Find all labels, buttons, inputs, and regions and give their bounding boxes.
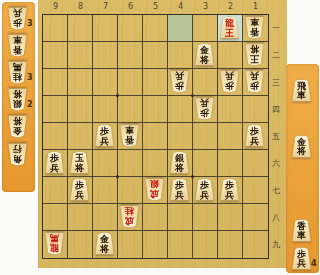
piece-kanji: 飛車: [291, 79, 312, 102]
piece-kanji: 歩兵: [194, 178, 215, 201]
piece-kanji: 金将: [94, 232, 115, 255]
shogi-app: 987654321 龍王香車金将王将歩兵歩兵歩兵歩兵歩兵香車歩兵歩兵玉将銀将歩兵…: [0, 0, 320, 275]
square-7h[interactable]: [93, 204, 118, 231]
hand-count: 2: [27, 100, 33, 109]
piece-sente-dragon[interactable]: 龍王: [219, 16, 240, 39]
piece-sente-lance[interactable]: 香車: [291, 219, 312, 242]
square-1h[interactable]: [243, 204, 268, 231]
square-1e[interactable]: 歩兵: [243, 123, 268, 150]
square-6b[interactable]: [118, 42, 143, 69]
square-9b[interactable]: [43, 42, 68, 69]
square-4i[interactable]: [168, 231, 193, 258]
file-label-6: 6: [125, 2, 137, 12]
piece-sente-pawn[interactable]: 歩兵: [94, 124, 115, 147]
square-5f[interactable]: [143, 150, 168, 177]
piece-gote-gold[interactable]: 金将: [7, 115, 28, 138]
piece-sente-pawn[interactable]: 歩兵: [169, 178, 190, 201]
rank-label-5: 五: [269, 132, 283, 142]
square-4g[interactable]: 歩兵: [168, 177, 193, 204]
square-7b[interactable]: [93, 42, 118, 69]
file-label-5: 5: [150, 2, 162, 12]
square-4f[interactable]: 銀将: [168, 150, 193, 177]
piece-kanji: 歩兵: [169, 70, 190, 93]
hand-count: 3: [27, 73, 33, 82]
piece-kanji: 桂馬: [7, 61, 28, 84]
board-panel: 987654321 龍王香車金将王将歩兵歩兵歩兵歩兵歩兵香車歩兵歩兵玉将銀将歩兵…: [38, 0, 287, 268]
piece-gote-lance[interactable]: 香車: [7, 34, 28, 57]
piece-gote-silver[interactable]: 銀将: [7, 88, 28, 111]
square-6c[interactable]: [118, 69, 143, 96]
piece-sente-silver[interactable]: 銀将: [169, 151, 190, 174]
square-1d[interactable]: [243, 96, 268, 123]
file-label-9: 9: [50, 2, 62, 12]
piece-gote-pawn[interactable]: 歩兵: [169, 70, 190, 93]
square-9i[interactable]: 龍馬: [43, 231, 68, 258]
square-9a[interactable]: [43, 15, 68, 42]
square-7e[interactable]: 歩兵: [93, 123, 118, 150]
piece-kanji: 香車: [7, 34, 28, 57]
square-5i[interactable]: [143, 231, 168, 258]
piece-kanji: 歩兵: [44, 151, 65, 174]
rank-label-4: 四: [269, 105, 283, 115]
square-5h[interactable]: [143, 204, 168, 231]
square-8i[interactable]: [68, 231, 93, 258]
square-1g[interactable]: [243, 177, 268, 204]
square-4a[interactable]: [168, 15, 193, 42]
piece-sente-pawn[interactable]: 歩兵: [219, 178, 240, 201]
square-5b[interactable]: [143, 42, 168, 69]
piece-kanji: 角行: [7, 143, 28, 166]
file-label-1: 1: [250, 2, 262, 12]
piece-sente-gold[interactable]: 金将: [291, 135, 312, 158]
square-3g[interactable]: 歩兵: [193, 177, 218, 204]
hand-count: 4: [311, 259, 317, 268]
piece-kanji: 成桂: [119, 205, 140, 228]
square-9c[interactable]: [43, 69, 68, 96]
piece-kanji: 香車: [244, 16, 265, 39]
sente-hand-tray: 飛車金将香車歩兵4: [286, 64, 319, 273]
piece-sente-gold[interactable]: 金将: [194, 43, 215, 66]
square-2h[interactable]: [218, 204, 243, 231]
rank-label-7: 七: [269, 186, 283, 196]
square-2g[interactable]: 歩兵: [218, 177, 243, 204]
square-8a[interactable]: [68, 15, 93, 42]
rank-label-8: 八: [269, 213, 283, 223]
piece-kanji: 歩兵: [244, 124, 265, 147]
rank-label-1: 一: [269, 24, 283, 34]
piece-sente-gold[interactable]: 金将: [94, 232, 115, 255]
square-5e[interactable]: [143, 123, 168, 150]
piece-sente-pawn[interactable]: 歩兵: [194, 178, 215, 201]
square-5g[interactable]: 成銀: [143, 177, 168, 204]
square-7d[interactable]: [93, 96, 118, 123]
square-9d[interactable]: [43, 96, 68, 123]
square-8c[interactable]: [68, 69, 93, 96]
square-2a[interactable]: 龍王: [218, 15, 243, 42]
square-1c[interactable]: 歩兵: [243, 69, 268, 96]
square-1a[interactable]: 香車: [243, 15, 268, 42]
rank-label-3: 三: [269, 78, 283, 88]
piece-gote-horse[interactable]: 龍馬: [44, 232, 65, 255]
square-4c[interactable]: 歩兵: [168, 69, 193, 96]
square-8f[interactable]: 玉将: [68, 150, 93, 177]
square-7c[interactable]: [93, 69, 118, 96]
hand-count: 3: [27, 19, 33, 28]
square-3e[interactable]: [193, 123, 218, 150]
square-2f[interactable]: [218, 150, 243, 177]
square-3b[interactable]: 金将: [193, 42, 218, 69]
piece-kanji: 歩兵: [7, 7, 28, 30]
gote-hand-tray: 歩兵3香車桂馬3銀将2金将角行: [2, 2, 35, 192]
piece-kanji: 金将: [291, 135, 312, 158]
square-7f[interactable]: [93, 150, 118, 177]
piece-sente-king[interactable]: 玉将: [69, 151, 90, 174]
square-2d[interactable]: [218, 96, 243, 123]
square-9g[interactable]: [43, 177, 68, 204]
square-4b[interactable]: [168, 42, 193, 69]
piece-sente-pawn[interactable]: 歩兵: [291, 247, 312, 270]
piece-kanji: 龍馬: [44, 232, 65, 255]
piece-kanji: 歩兵: [194, 97, 215, 120]
square-4d[interactable]: [168, 96, 193, 123]
piece-gote-lance[interactable]: 香車: [119, 124, 140, 147]
piece-gote-pawn[interactable]: 歩兵: [7, 7, 28, 30]
square-1i[interactable]: [243, 231, 268, 258]
square-3h[interactable]: [193, 204, 218, 231]
piece-kanji: 歩兵: [219, 70, 240, 93]
square-7i[interactable]: 金将: [93, 231, 118, 258]
square-2e[interactable]: [218, 123, 243, 150]
square-2c[interactable]: 歩兵: [218, 69, 243, 96]
square-8b[interactable]: [68, 42, 93, 69]
piece-kanji: 成銀: [144, 178, 165, 201]
piece-kanji: 香車: [119, 124, 140, 147]
square-6f[interactable]: [118, 150, 143, 177]
square-3d[interactable]: 歩兵: [193, 96, 218, 123]
piece-gote-promoted-silver[interactable]: 成銀: [144, 178, 165, 201]
square-1b[interactable]: 王将: [243, 42, 268, 69]
piece-kanji: 歩兵: [291, 247, 312, 270]
square-4h[interactable]: [168, 204, 193, 231]
piece-kanji: 金将: [7, 115, 28, 138]
piece-kanji: 王将: [244, 43, 265, 66]
piece-sente-pawn[interactable]: 歩兵: [44, 151, 65, 174]
square-8d[interactable]: [68, 96, 93, 123]
square-6d[interactable]: [118, 96, 143, 123]
shogi-board: 龍王香車金将王将歩兵歩兵歩兵歩兵歩兵香車歩兵歩兵玉将銀将歩兵成銀歩兵歩兵歩兵成桂…: [42, 14, 269, 259]
piece-kanji: 歩兵: [219, 178, 240, 201]
piece-kanji: 龍王: [219, 16, 240, 39]
piece-gote-pawn[interactable]: 歩兵: [219, 70, 240, 93]
file-label-4: 4: [175, 2, 187, 12]
piece-kanji: 歩兵: [69, 178, 90, 201]
piece-gote-knight[interactable]: 桂馬: [7, 61, 28, 84]
piece-gote-promoted-knight[interactable]: 成桂: [119, 205, 140, 228]
piece-kanji: 玉将: [69, 151, 90, 174]
square-4e[interactable]: [168, 123, 193, 150]
square-7g[interactable]: [93, 177, 118, 204]
square-8e[interactable]: [68, 123, 93, 150]
file-label-8: 8: [75, 2, 87, 12]
square-2b[interactable]: [218, 42, 243, 69]
square-9h[interactable]: [43, 204, 68, 231]
piece-gote-king[interactable]: 王将: [244, 43, 265, 66]
square-3c[interactable]: [193, 69, 218, 96]
rank-label-9: 九: [269, 240, 283, 250]
star-point: [116, 175, 119, 178]
star-point: [191, 175, 194, 178]
piece-kanji: 銀将: [169, 151, 190, 174]
piece-kanji: 銀将: [7, 88, 28, 111]
piece-gote-pawn[interactable]: 歩兵: [194, 97, 215, 120]
square-9e[interactable]: [43, 123, 68, 150]
file-label-2: 2: [225, 2, 237, 12]
square-1f[interactable]: [243, 150, 268, 177]
rank-label-6: 六: [269, 159, 283, 169]
star-point: [116, 94, 119, 97]
piece-kanji: 香車: [291, 219, 312, 242]
square-5d[interactable]: [143, 96, 168, 123]
piece-sente-pawn[interactable]: 歩兵: [244, 124, 265, 147]
square-6i[interactable]: [118, 231, 143, 258]
square-6g[interactable]: [118, 177, 143, 204]
piece-sente-pawn[interactable]: 歩兵: [69, 178, 90, 201]
square-9f[interactable]: 歩兵: [43, 150, 68, 177]
square-2i[interactable]: [218, 231, 243, 258]
square-3i[interactable]: [193, 231, 218, 258]
star-point: [191, 94, 194, 97]
square-3a[interactable]: [193, 15, 218, 42]
piece-gote-lance[interactable]: 香車: [244, 16, 265, 39]
square-5c[interactable]: [143, 69, 168, 96]
piece-gote-bishop[interactable]: 角行: [7, 143, 28, 166]
piece-gote-pawn[interactable]: 歩兵: [244, 70, 265, 93]
piece-kanji: 歩兵: [169, 178, 190, 201]
piece-sente-rook[interactable]: 飛車: [291, 79, 312, 102]
square-8h[interactable]: [68, 204, 93, 231]
square-6h[interactable]: 成桂: [118, 204, 143, 231]
square-8g[interactable]: 歩兵: [68, 177, 93, 204]
square-6a[interactable]: [118, 15, 143, 42]
square-5a[interactable]: [143, 15, 168, 42]
piece-kanji: 歩兵: [244, 70, 265, 93]
square-7a[interactable]: [93, 15, 118, 42]
square-3f[interactable]: [193, 150, 218, 177]
piece-kanji: 金将: [194, 43, 215, 66]
file-label-3: 3: [200, 2, 212, 12]
rank-label-2: 二: [269, 51, 283, 61]
file-label-7: 7: [100, 2, 112, 12]
piece-kanji: 歩兵: [94, 124, 115, 147]
square-6e[interactable]: 香車: [118, 123, 143, 150]
